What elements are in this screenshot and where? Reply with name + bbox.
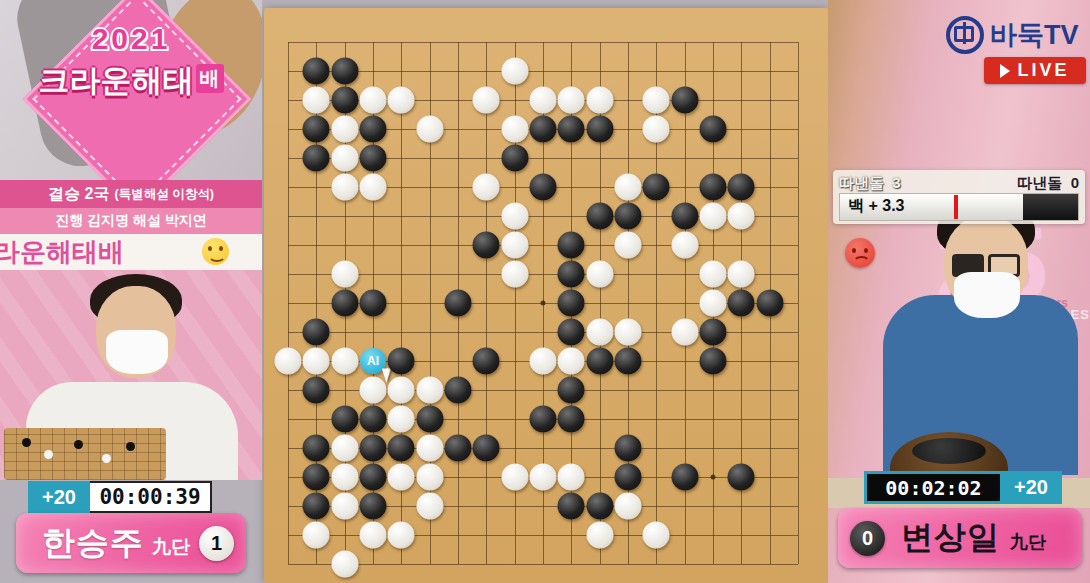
- white-stone: [331, 464, 358, 491]
- photo-stone: [74, 440, 83, 449]
- right-clock: 00:02:02 +20: [864, 471, 1062, 504]
- white-stone: [359, 87, 386, 114]
- broadcast-screen: AI 2021 크라운해태배 결승 2국 (특별해설 이창석) 진행 김지명 해…: [0, 0, 1090, 583]
- right-player-nameplate: 0 변상일 九단: [838, 508, 1082, 568]
- white-stone: [501, 58, 528, 85]
- board-area: AI: [262, 0, 830, 583]
- black-stone: [388, 435, 415, 462]
- captures-right-value: 0: [1071, 174, 1079, 191]
- right-player-mask: [954, 272, 1020, 318]
- captures-left: 따낸돌 3: [839, 174, 901, 193]
- photo-stone: [102, 454, 111, 463]
- white-stone: [388, 377, 415, 404]
- left-byoyomi-bonus: +20: [28, 481, 90, 513]
- white-stone: [359, 377, 386, 404]
- white-stone: [699, 290, 726, 317]
- score-estimate-panel: 따낸돌 3 따낸돌 0 백 + 3.3: [833, 170, 1085, 224]
- white-stone: [643, 116, 670, 143]
- black-stone: [699, 348, 726, 375]
- black-stone: [359, 464, 386, 491]
- left-player-nameplate: 한승주 九단 1: [16, 513, 246, 573]
- black-stone: [529, 116, 556, 143]
- black-stone: [331, 290, 358, 317]
- black-stone: [303, 464, 330, 491]
- white-stone: [501, 232, 528, 259]
- star-point: [540, 301, 545, 306]
- black-stone: [331, 58, 358, 85]
- right-player-stone-badge: 0: [850, 521, 885, 556]
- white-stone: [558, 464, 585, 491]
- white-stone: [359, 174, 386, 201]
- white-stone: [331, 551, 358, 578]
- black-stone: [558, 493, 585, 520]
- black-stone: [359, 290, 386, 317]
- left-photo-goban: [4, 428, 166, 480]
- black-stone: [359, 493, 386, 520]
- white-stone: [699, 261, 726, 288]
- white-stone: [586, 87, 613, 114]
- go-board-grid: AI: [262, 0, 830, 583]
- captures-right: 따낸돌 0: [1017, 174, 1079, 193]
- black-stone: [473, 232, 500, 259]
- right-panel: 25 Under Years CHALLENGE THE BEST Fight!…: [828, 0, 1090, 583]
- left-time-display: 00:00:39: [90, 481, 212, 513]
- sad-face-icon: [845, 238, 875, 268]
- white-stone: [416, 435, 443, 462]
- black-stone: [558, 406, 585, 433]
- logo-title: 크라운해태배: [0, 60, 262, 102]
- staff-band: 진행 김지명 해설 박지연: [0, 208, 262, 234]
- right-byoyomi-bonus: +20: [1000, 471, 1062, 504]
- white-stone: [728, 261, 755, 288]
- black-stone: [359, 116, 386, 143]
- white-stone: [501, 203, 528, 230]
- white-stone: [501, 116, 528, 143]
- white-stone: [388, 87, 415, 114]
- black-stone: [586, 493, 613, 520]
- left-player-mask: [106, 330, 168, 374]
- black-stone: [671, 203, 698, 230]
- black-stone: [331, 406, 358, 433]
- tournament-logo-text: 2021 크라운해태배: [0, 22, 262, 102]
- white-stone: [614, 319, 641, 346]
- black-stone: [558, 290, 585, 317]
- black-stone: [303, 493, 330, 520]
- white-stone: [303, 522, 330, 549]
- estimate-bar-black-segment: [1023, 194, 1078, 220]
- ai-suggestion-marker: AI: [360, 348, 386, 374]
- left-player-photo: [0, 270, 262, 480]
- right-player-name: 변상일: [901, 516, 1000, 560]
- black-stone: [558, 232, 585, 259]
- white-stone: [529, 464, 556, 491]
- captures-right-label: 따낸돌: [1017, 174, 1062, 191]
- black-stone: [699, 116, 726, 143]
- white-stone: [614, 493, 641, 520]
- white-stone: [275, 348, 302, 375]
- white-stone: [529, 348, 556, 375]
- white-stone: [699, 203, 726, 230]
- black-stone: [558, 319, 585, 346]
- black-stone: [756, 290, 783, 317]
- logo-title-main: 크라운해태: [39, 63, 194, 98]
- white-stone: [643, 87, 670, 114]
- win-estimate-bar: 백 + 3.3: [839, 193, 1079, 221]
- black-stone: [614, 435, 641, 462]
- match-title-band: 결승 2국 (특별해설 이창석): [0, 180, 262, 208]
- play-icon: [1000, 64, 1010, 78]
- black-stone: [303, 377, 330, 404]
- grid-line: [288, 564, 798, 565]
- black-stone: [473, 348, 500, 375]
- white-stone: [614, 174, 641, 201]
- white-stone: [331, 493, 358, 520]
- channel-name: 바둑TV: [990, 17, 1079, 53]
- black-stone: [614, 348, 641, 375]
- white-stone: [473, 174, 500, 201]
- white-stone: [728, 203, 755, 230]
- black-stone: [303, 116, 330, 143]
- photo-stone: [126, 442, 135, 451]
- live-badge: LIVE: [984, 57, 1086, 84]
- black-stone: [728, 290, 755, 317]
- baduktv-emblem-icon: [946, 16, 984, 54]
- white-stone: [586, 261, 613, 288]
- white-stone: [671, 232, 698, 259]
- white-stone: [331, 435, 358, 462]
- photo-stone: [44, 450, 53, 459]
- logo-title-suffix: 배: [196, 64, 224, 93]
- staff-names: 진행 김지명 해설 박지연: [55, 212, 207, 230]
- black-stone: [699, 319, 726, 346]
- white-stone: [359, 522, 386, 549]
- captures-left-label: 따낸돌: [839, 174, 884, 191]
- black-stone: [529, 406, 556, 433]
- star-point: [710, 475, 715, 480]
- left-top-photo: 2021 크라운해태배: [0, 0, 262, 180]
- black-stone: [303, 319, 330, 346]
- black-stone: [303, 58, 330, 85]
- match-title: 결승 2국: [48, 184, 109, 205]
- white-stone: [303, 87, 330, 114]
- white-stone: [643, 522, 670, 549]
- white-stone: [473, 87, 500, 114]
- white-stone: [501, 261, 528, 288]
- photo-stone: [22, 438, 31, 447]
- black-stone: [586, 116, 613, 143]
- marquee-text: 라운해태배: [0, 235, 124, 270]
- black-stone: [529, 174, 556, 201]
- white-stone: [416, 377, 443, 404]
- white-stone: [586, 522, 613, 549]
- left-panel: 2021 크라운해태배 결승 2국 (특별해설 이창석) 진행 김지명 해설 박…: [0, 0, 262, 583]
- black-stone: [728, 464, 755, 491]
- black-stone: [359, 435, 386, 462]
- left-player-name: 한승주: [42, 521, 144, 566]
- estimate-text: 백 + 3.3: [848, 196, 904, 217]
- white-stone: [388, 464, 415, 491]
- marquee-band: 라운해태배: [0, 234, 262, 270]
- estimate-bar-marker: [954, 195, 958, 219]
- black-stone: [303, 145, 330, 172]
- black-stone: [303, 435, 330, 462]
- black-stone: [444, 290, 471, 317]
- white-stone: [586, 319, 613, 346]
- captures-left-value: 3: [892, 174, 900, 191]
- white-stone: [416, 464, 443, 491]
- black-stone: [614, 203, 641, 230]
- left-player-rank: 九단: [152, 534, 190, 560]
- white-stone: [331, 145, 358, 172]
- white-stone: [558, 87, 585, 114]
- black-stone: [416, 406, 443, 433]
- black-stone: [558, 116, 585, 143]
- white-stone: [331, 348, 358, 375]
- black-stone: [444, 377, 471, 404]
- channel-logo: 바둑TV: [946, 14, 1079, 56]
- black-stone: [444, 435, 471, 462]
- right-player-rank: 九단: [1010, 530, 1046, 554]
- white-stone: [529, 87, 556, 114]
- black-stone: [331, 87, 358, 114]
- black-stone: [586, 203, 613, 230]
- white-stone: [388, 406, 415, 433]
- live-label: LIVE: [1017, 60, 1069, 81]
- white-stone: [614, 232, 641, 259]
- black-stone: [671, 464, 698, 491]
- white-stone: [558, 348, 585, 375]
- black-stone: [728, 174, 755, 201]
- black-stone: [671, 87, 698, 114]
- black-stone: [558, 377, 585, 404]
- black-stone: [359, 406, 386, 433]
- black-stone: [586, 348, 613, 375]
- logo-year: 2021: [0, 22, 262, 56]
- captures-row: 따낸돌 3 따낸돌 0: [839, 173, 1079, 193]
- white-stone: [331, 116, 358, 143]
- white-stone: [671, 319, 698, 346]
- black-stone: [388, 348, 415, 375]
- left-clock: +20 00:00:39: [28, 481, 212, 513]
- white-stone: [501, 464, 528, 491]
- white-stone: [388, 522, 415, 549]
- black-stone: [558, 261, 585, 288]
- grid-line: [798, 42, 799, 564]
- left-player-stone-badge: 1: [199, 526, 234, 561]
- white-stone: [331, 261, 358, 288]
- captured-stones-heap: [912, 438, 986, 464]
- smiley-icon: [202, 238, 229, 265]
- black-stone: [643, 174, 670, 201]
- white-stone: [331, 174, 358, 201]
- black-stone: [614, 464, 641, 491]
- match-title-sub: (특별해설 이창석): [115, 186, 214, 203]
- black-stone: [699, 174, 726, 201]
- white-stone: [416, 116, 443, 143]
- black-stone: [473, 435, 500, 462]
- black-stone: [359, 145, 386, 172]
- white-stone: [416, 493, 443, 520]
- white-stone: [303, 348, 330, 375]
- right-time-display: 00:02:02: [864, 471, 1000, 504]
- black-stone: [501, 145, 528, 172]
